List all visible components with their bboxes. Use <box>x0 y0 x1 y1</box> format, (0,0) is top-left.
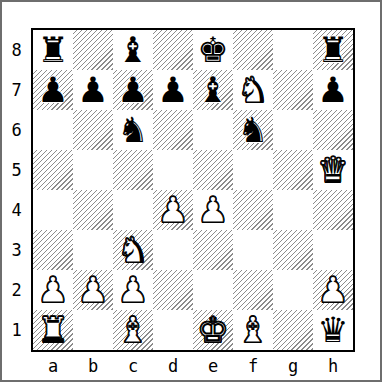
piece-white-queen[interactable]: ♛ <box>317 150 348 190</box>
piece-black-bishop[interactable]: ♝ <box>197 70 228 110</box>
rank-label-8: 8 <box>2 30 31 70</box>
square-h4[interactable] <box>313 190 353 230</box>
square-b8[interactable] <box>73 30 113 70</box>
square-b7[interactable]: ♟ <box>73 70 113 110</box>
piece-white-pawn[interactable]: ♟ <box>157 190 188 230</box>
piece-white-knight[interactable]: ♞ <box>117 230 148 270</box>
square-d3[interactable] <box>153 230 193 270</box>
square-f8[interactable] <box>233 30 273 70</box>
rank-label-2: 2 <box>2 270 31 310</box>
piece-black-knight[interactable]: ♞ <box>237 110 268 150</box>
square-d2[interactable] <box>153 270 193 310</box>
square-b4[interactable] <box>73 190 113 230</box>
square-c2[interactable]: ♟ <box>113 270 153 310</box>
square-b6[interactable] <box>73 110 113 150</box>
square-a8[interactable]: ♜ <box>33 30 73 70</box>
rank-label-4: 4 <box>2 190 31 230</box>
square-c1[interactable]: ♝ <box>113 310 153 350</box>
square-g8[interactable] <box>273 30 313 70</box>
square-c7[interactable]: ♟ <box>113 70 153 110</box>
rank-label-6: 6 <box>2 110 31 150</box>
square-f4[interactable] <box>233 190 273 230</box>
piece-black-bishop[interactable]: ♝ <box>117 30 148 70</box>
square-d5[interactable] <box>153 150 193 190</box>
square-g3[interactable] <box>273 230 313 270</box>
rank-label-1: 1 <box>2 310 31 350</box>
piece-black-queen[interactable]: ♛ <box>317 310 348 350</box>
square-a3[interactable] <box>33 230 73 270</box>
piece-white-bishop[interactable]: ♝ <box>237 310 268 350</box>
square-d8[interactable] <box>153 30 193 70</box>
square-g5[interactable] <box>273 150 313 190</box>
piece-black-pawn[interactable]: ♟ <box>317 70 348 110</box>
file-label-b: b <box>73 354 113 378</box>
piece-black-king[interactable]: ♚ <box>197 30 228 70</box>
square-g1[interactable] <box>273 310 313 350</box>
file-label-c: c <box>113 354 153 378</box>
square-h7[interactable]: ♟ <box>313 70 353 110</box>
rank-label-3: 3 <box>2 230 31 270</box>
square-c8[interactable]: ♝ <box>113 30 153 70</box>
square-b1[interactable] <box>73 310 113 350</box>
chess-diagram: 87654321 ♜♝♚♜♟♟♟♟♝♞♟♞♞♛♟♟♞♟♟♟♟♜♝♚♝♛ abcd… <box>0 0 382 382</box>
square-b3[interactable] <box>73 230 113 270</box>
piece-black-pawn[interactable]: ♟ <box>117 70 148 110</box>
piece-white-pawn[interactable]: ♟ <box>77 270 108 310</box>
square-f5[interactable] <box>233 150 273 190</box>
file-labels: abcdefgh <box>33 354 353 378</box>
square-a2[interactable]: ♟ <box>33 270 73 310</box>
square-e7[interactable]: ♝ <box>193 70 233 110</box>
rank-label-7: 7 <box>2 70 31 110</box>
square-d4[interactable]: ♟ <box>153 190 193 230</box>
square-h1[interactable]: ♛ <box>313 310 353 350</box>
square-a4[interactable] <box>33 190 73 230</box>
file-label-g: g <box>273 354 313 378</box>
square-g2[interactable] <box>273 270 313 310</box>
piece-black-rook[interactable]: ♜ <box>37 30 68 70</box>
square-f7[interactable]: ♞ <box>233 70 273 110</box>
piece-white-pawn[interactable]: ♟ <box>197 190 228 230</box>
square-e3[interactable] <box>193 230 233 270</box>
piece-black-pawn[interactable]: ♟ <box>77 70 108 110</box>
square-e6[interactable] <box>193 110 233 150</box>
square-c3[interactable]: ♞ <box>113 230 153 270</box>
square-e1[interactable]: ♚ <box>193 310 233 350</box>
square-f1[interactable]: ♝ <box>233 310 273 350</box>
piece-black-pawn[interactable]: ♟ <box>37 70 68 110</box>
piece-white-bishop[interactable]: ♝ <box>117 310 148 350</box>
piece-white-pawn[interactable]: ♟ <box>317 270 348 310</box>
square-g4[interactable] <box>273 190 313 230</box>
square-a1[interactable]: ♜ <box>33 310 73 350</box>
square-h2[interactable]: ♟ <box>313 270 353 310</box>
piece-white-rook[interactable]: ♜ <box>37 310 68 350</box>
square-g6[interactable] <box>273 110 313 150</box>
square-d7[interactable]: ♟ <box>153 70 193 110</box>
piece-white-pawn[interactable]: ♟ <box>37 270 68 310</box>
square-h8[interactable]: ♜ <box>313 30 353 70</box>
chess-board: ♜♝♚♜♟♟♟♟♝♞♟♞♞♛♟♟♞♟♟♟♟♜♝♚♝♛ <box>31 28 355 352</box>
square-a7[interactable]: ♟ <box>33 70 73 110</box>
square-e2[interactable] <box>193 270 233 310</box>
square-b5[interactable] <box>73 150 113 190</box>
square-h3[interactable] <box>313 230 353 270</box>
piece-black-knight[interactable]: ♞ <box>117 110 148 150</box>
file-label-d: d <box>153 354 193 378</box>
square-e5[interactable] <box>193 150 233 190</box>
piece-white-pawn[interactable]: ♟ <box>117 270 148 310</box>
rank-labels: 87654321 <box>2 30 31 350</box>
square-f3[interactable] <box>233 230 273 270</box>
piece-white-knight[interactable]: ♞ <box>237 70 268 110</box>
square-c6[interactable]: ♞ <box>113 110 153 150</box>
square-f6[interactable]: ♞ <box>233 110 273 150</box>
piece-black-rook[interactable]: ♜ <box>317 30 348 70</box>
rank-label-5: 5 <box>2 150 31 190</box>
square-f2[interactable] <box>233 270 273 310</box>
file-label-a: a <box>33 354 73 378</box>
square-g7[interactable] <box>273 70 313 110</box>
square-c5[interactable] <box>113 150 153 190</box>
square-a6[interactable] <box>33 110 73 150</box>
piece-white-king[interactable]: ♚ <box>197 310 228 350</box>
square-d6[interactable] <box>153 110 193 150</box>
file-label-e: e <box>193 354 233 378</box>
square-e8[interactable]: ♚ <box>193 30 233 70</box>
square-h5[interactable]: ♛ <box>313 150 353 190</box>
square-h6[interactable] <box>313 110 353 150</box>
file-label-h: h <box>313 354 353 378</box>
file-label-f: f <box>233 354 273 378</box>
piece-black-pawn[interactable]: ♟ <box>157 70 188 110</box>
square-a5[interactable] <box>33 150 73 190</box>
square-c4[interactable] <box>113 190 153 230</box>
square-d1[interactable] <box>153 310 193 350</box>
square-b2[interactable]: ♟ <box>73 270 113 310</box>
square-e4[interactable]: ♟ <box>193 190 233 230</box>
